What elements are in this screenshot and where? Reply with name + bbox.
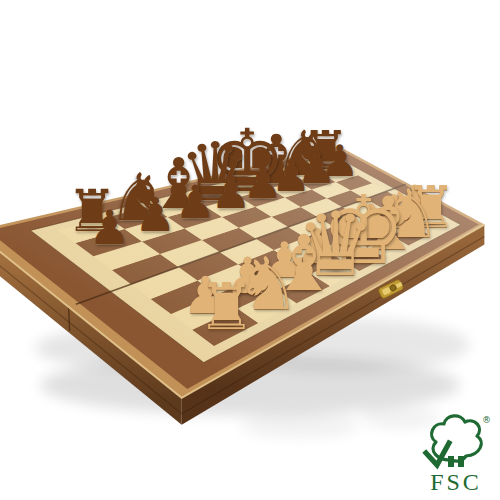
product-photo: ♜♞♟♝♟♚♟♛♟♝♟♟♟♞♜♟♟♜♞♟♟♝♟♚♟♛♟♝♟♞♟♜ ® FSC: [0, 0, 500, 500]
fsc-tree-trunk: [458, 456, 464, 467]
registered-mark: ®: [482, 415, 491, 425]
fsc-checkmark: [426, 443, 449, 465]
fsc-tree-trunk: [448, 456, 454, 467]
fsc-logo: ® FSC: [418, 413, 494, 496]
fsc-label: FSC: [418, 469, 494, 496]
fsc-tree-crown: [432, 416, 482, 461]
fsc-tree-icon: ®: [420, 413, 492, 471]
